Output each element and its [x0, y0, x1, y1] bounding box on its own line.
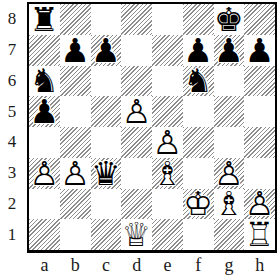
square-f1[interactable]	[183, 219, 214, 250]
square-d4[interactable]	[121, 127, 152, 158]
piece-white-pawn[interactable]: ♟♙	[29, 158, 60, 189]
piece-glyph: ♟	[244, 35, 275, 66]
square-g5[interactable]	[214, 96, 245, 127]
square-d3[interactable]	[121, 158, 152, 189]
piece-outline-layer: ♙	[29, 158, 60, 189]
piece-black-pawn[interactable]: ♟	[214, 35, 245, 66]
piece-white-rook[interactable]: ♜♖	[244, 219, 275, 250]
file-label-d: d	[121, 252, 152, 278]
square-e3[interactable]: ♝♗	[152, 158, 183, 189]
piece-black-rook[interactable]: ♜	[29, 4, 60, 35]
rank-label-5: 5	[1, 96, 23, 127]
square-a2[interactable]	[29, 189, 60, 220]
file-label-c: c	[91, 252, 122, 278]
file-label-h: h	[244, 252, 275, 278]
piece-white-pawn[interactable]: ♟♙	[121, 96, 152, 127]
piece-black-pawn[interactable]: ♟	[60, 35, 91, 66]
piece-outline-layer: ♙	[121, 96, 152, 127]
piece-outline-layer: ♖	[244, 219, 275, 250]
chess-diagram: 8 7 6 5 4 3 2 1 ♜♚♟♟♟♟♟♞♞♟♟♙♟♙♟♙♟♙♛♝♗♟♙♚…	[0, 0, 278, 280]
square-d1[interactable]: ♛♕	[121, 219, 152, 250]
square-b6[interactable]	[60, 66, 91, 97]
rank-label-7: 7	[1, 35, 23, 66]
piece-white-queen[interactable]: ♛♕	[121, 219, 152, 250]
square-a1[interactable]	[29, 219, 60, 250]
piece-outline-layer: ♗	[214, 189, 245, 220]
square-f2[interactable]: ♚♔	[183, 189, 214, 220]
piece-white-pawn[interactable]: ♟♙	[60, 158, 91, 189]
rank-label-6: 6	[1, 66, 23, 97]
square-c3[interactable]: ♛	[91, 158, 122, 189]
square-d8[interactable]	[121, 4, 152, 35]
rank-label-1: 1	[1, 219, 23, 250]
square-f4[interactable]	[183, 127, 214, 158]
square-h4[interactable]	[244, 127, 275, 158]
square-d7[interactable]	[121, 35, 152, 66]
square-c2[interactable]	[91, 189, 122, 220]
rank-label-4: 4	[1, 127, 23, 158]
square-h7[interactable]: ♟	[244, 35, 275, 66]
square-a3[interactable]: ♟♙	[29, 158, 60, 189]
square-b2[interactable]	[60, 189, 91, 220]
piece-outline-layer: ♕	[121, 219, 152, 250]
piece-glyph: ♟	[29, 96, 60, 127]
piece-glyph: ♟	[91, 35, 122, 66]
piece-black-queen[interactable]: ♛	[91, 158, 122, 189]
square-c1[interactable]	[91, 219, 122, 250]
piece-black-knight[interactable]: ♞	[183, 66, 214, 97]
square-g1[interactable]	[214, 219, 245, 250]
square-f5[interactable]	[183, 96, 214, 127]
square-g7[interactable]: ♟	[214, 35, 245, 66]
rank-label-8: 8	[1, 4, 23, 35]
square-h5[interactable]	[244, 96, 275, 127]
file-label-f: f	[183, 252, 214, 278]
piece-glyph: ♞	[183, 66, 214, 97]
piece-outline-layer: ♔	[183, 189, 214, 220]
square-h6[interactable]	[244, 66, 275, 97]
rank-label-2: 2	[1, 189, 23, 220]
piece-glyph: ♟	[60, 35, 91, 66]
square-e2[interactable]	[152, 189, 183, 220]
file-label-a: a	[29, 252, 60, 278]
piece-white-bishop[interactable]: ♝♗	[214, 189, 245, 220]
square-e8[interactable]	[152, 4, 183, 35]
piece-outline-layer: ♗	[152, 158, 183, 189]
file-label-e: e	[152, 252, 183, 278]
square-h1[interactable]: ♜♖	[244, 219, 275, 250]
piece-glyph: ♛	[91, 158, 122, 189]
rank-label-3: 3	[1, 158, 23, 189]
square-c6[interactable]	[91, 66, 122, 97]
square-b5[interactable]	[60, 96, 91, 127]
file-label-g: g	[214, 252, 245, 278]
piece-glyph: ♟	[214, 35, 245, 66]
square-d5[interactable]: ♟♙	[121, 96, 152, 127]
square-f6[interactable]: ♞	[183, 66, 214, 97]
chess-board: ♜♚♟♟♟♟♟♞♞♟♟♙♟♙♟♙♟♙♛♝♗♟♙♚♔♝♗♟♙♛♕♜♖	[27, 2, 277, 253]
file-label-b: b	[60, 252, 91, 278]
piece-glyph: ♜	[29, 4, 60, 35]
square-c7[interactable]: ♟	[91, 35, 122, 66]
square-e1[interactable]	[152, 219, 183, 250]
piece-black-pawn[interactable]: ♟	[244, 35, 275, 66]
file-labels: a b c d e f g h	[29, 252, 275, 278]
piece-white-bishop[interactable]: ♝♗	[152, 158, 183, 189]
square-a8[interactable]: ♜	[29, 4, 60, 35]
square-b7[interactable]: ♟	[60, 35, 91, 66]
piece-outline-layer: ♙	[60, 158, 91, 189]
square-a5[interactable]: ♟	[29, 96, 60, 127]
square-c5[interactable]	[91, 96, 122, 127]
square-b3[interactable]: ♟♙	[60, 158, 91, 189]
square-b1[interactable]	[60, 219, 91, 250]
square-e7[interactable]	[152, 35, 183, 66]
square-e6[interactable]	[152, 66, 183, 97]
piece-white-king[interactable]: ♚♔	[183, 189, 214, 220]
piece-black-pawn[interactable]: ♟	[29, 96, 60, 127]
square-g2[interactable]: ♝♗	[214, 189, 245, 220]
piece-black-pawn[interactable]: ♟	[91, 35, 122, 66]
rank-labels: 8 7 6 5 4 3 2 1	[1, 4, 23, 250]
square-g6[interactable]	[214, 66, 245, 97]
